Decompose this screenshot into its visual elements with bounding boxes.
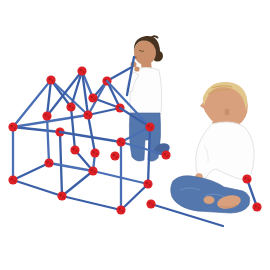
red-ball-connector	[88, 166, 97, 175]
connector-hole	[94, 98, 96, 100]
red-ball-connector	[57, 191, 66, 200]
connector-hole	[96, 153, 98, 155]
connector-hole	[45, 114, 47, 116]
boy-toes	[204, 196, 215, 204]
connector-hole	[47, 161, 49, 163]
connector-hole	[48, 116, 50, 118]
connector-hole	[148, 125, 150, 127]
connector-hole	[149, 184, 151, 186]
connector-hole	[122, 142, 124, 144]
product-photo	[0, 0, 270, 270]
connector-hole	[73, 148, 75, 150]
scene-svg	[0, 0, 270, 270]
red-ball-connector	[44, 158, 53, 167]
red-ball-connector	[70, 145, 79, 154]
connector-hole	[122, 210, 124, 212]
red-ball-connector	[42, 111, 51, 120]
connector-hole	[119, 140, 121, 142]
connector-hole	[49, 78, 51, 80]
connector-hole	[113, 154, 115, 156]
connector-hole	[258, 207, 260, 209]
red-ball-connector	[110, 151, 119, 160]
connector-hole	[80, 69, 82, 71]
red-ball-connector	[242, 174, 251, 183]
connector-hole	[76, 150, 78, 152]
connector-hole	[69, 105, 71, 107]
connector-hole	[72, 107, 74, 109]
red-ball-connector	[66, 102, 75, 111]
connector-hole	[60, 194, 62, 196]
connector-hole	[94, 171, 96, 173]
red-ball-connector	[161, 150, 170, 159]
red-ball-connector	[8, 175, 17, 184]
red-ball-connector	[90, 148, 99, 157]
connector-hole	[146, 182, 148, 184]
connector-hole	[89, 115, 91, 117]
connector-hole	[255, 205, 257, 207]
girl-hand-lower	[134, 66, 139, 71]
connector-hole	[11, 125, 13, 127]
connector-hole	[167, 155, 169, 157]
connector-hole	[152, 204, 154, 206]
red-ball-connector	[252, 202, 261, 211]
connector-hole	[116, 156, 118, 158]
connector-hole	[63, 196, 65, 198]
red-ball-connector	[143, 179, 152, 188]
red-ball-connector	[83, 110, 92, 119]
connector-hole	[86, 113, 88, 115]
connector-hole	[14, 127, 16, 129]
connector-hole	[149, 202, 151, 204]
connector-hole	[151, 127, 153, 129]
red-ball-connector	[116, 137, 125, 146]
boy-ear	[225, 109, 230, 116]
red-ball-connector	[8, 122, 17, 131]
red-ball-connector	[146, 199, 155, 208]
red-ball-connector	[46, 75, 55, 84]
connector-hole	[119, 208, 121, 210]
connector-hole	[164, 153, 166, 155]
connector-hole	[245, 177, 247, 179]
connector-hole	[50, 163, 52, 165]
red-ball-connector	[145, 122, 154, 131]
connector-hole	[91, 96, 93, 98]
connector-hole	[11, 178, 13, 180]
connector-hole	[14, 180, 16, 182]
connector-hole	[83, 71, 85, 73]
red-ball-connector	[77, 66, 86, 75]
red-ball-connector	[88, 93, 97, 102]
connector-hole	[52, 80, 54, 82]
connector-hole	[93, 151, 95, 153]
connector-hole	[248, 179, 250, 181]
connector-hole	[91, 169, 93, 171]
red-ball-connector	[116, 205, 125, 214]
